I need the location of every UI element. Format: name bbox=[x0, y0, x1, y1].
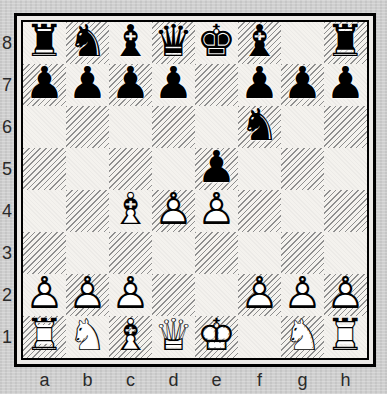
square-a4 bbox=[23, 190, 66, 232]
square-g4 bbox=[281, 190, 324, 232]
piece-white-bishop-outline: ♗ bbox=[109, 188, 152, 230]
piece-white-queen-outline: ♕ bbox=[152, 314, 195, 356]
square-a1: ♜♖ bbox=[23, 316, 66, 358]
piece-white-pawn-outline: ♙ bbox=[152, 188, 195, 230]
square-e2 bbox=[195, 274, 238, 316]
square-c7: ♟ bbox=[109, 64, 152, 106]
piece-white-pawn-outline: ♙ bbox=[238, 272, 281, 314]
file-label-a: a bbox=[23, 368, 66, 392]
piece-white-pawn bbox=[324, 272, 367, 314]
piece-white-knight bbox=[66, 314, 109, 356]
square-c5 bbox=[109, 148, 152, 190]
square-e4: ♟♙ bbox=[195, 190, 238, 232]
piece-white-pawn-fill: ♟ bbox=[152, 188, 195, 230]
piece-black-knight: ♞ bbox=[238, 104, 281, 146]
piece-white-pawn bbox=[281, 272, 324, 314]
piece-black-pawn: ♟ bbox=[324, 62, 367, 104]
square-h2: ♟♙ bbox=[324, 274, 367, 316]
square-b7: ♟ bbox=[66, 64, 109, 106]
piece-black-bishop: ♝ bbox=[109, 20, 152, 62]
piece-white-rook-outline: ♖ bbox=[23, 314, 66, 356]
piece-white-bishop bbox=[109, 314, 152, 356]
square-a8: ♜ bbox=[23, 22, 66, 64]
square-a3 bbox=[23, 232, 66, 274]
square-e3 bbox=[195, 232, 238, 274]
file-label-b: b bbox=[66, 368, 109, 392]
square-e6 bbox=[195, 106, 238, 148]
rank-label-1: 1 bbox=[0, 316, 14, 358]
square-h6 bbox=[324, 106, 367, 148]
piece-black-pawn: ♟ bbox=[152, 62, 195, 104]
rank-label-6: 6 bbox=[0, 106, 14, 148]
piece-black-bishop: ♝ bbox=[238, 20, 281, 62]
piece-white-bishop-fill: ♝ bbox=[109, 314, 152, 356]
piece-white-bishop-fill: ♝ bbox=[109, 188, 152, 230]
piece-black-pawn: ♟ bbox=[195, 146, 238, 188]
board-inner-border: ♜♞♝♛♚♝♜♟♟♟♟♟♟♟♞♟♝♗♟♙♟♙♟♙♟♙♟♙♟♙♟♙♟♙♜♖♞♘♝♗… bbox=[21, 20, 369, 360]
square-a5 bbox=[23, 148, 66, 190]
piece-white-pawn-fill: ♟ bbox=[324, 272, 367, 314]
rank-label-8: 8 bbox=[0, 22, 14, 64]
piece-white-pawn-outline: ♙ bbox=[109, 272, 152, 314]
square-b6 bbox=[66, 106, 109, 148]
square-b4 bbox=[66, 190, 109, 232]
chess-board: ♜♞♝♛♚♝♜♟♟♟♟♟♟♟♞♟♝♗♟♙♟♙♟♙♟♙♟♙♟♙♟♙♟♙♜♖♞♘♝♗… bbox=[23, 22, 367, 358]
rank-labels: 8 7 6 5 4 3 2 1 bbox=[0, 22, 14, 358]
piece-white-pawn-fill: ♟ bbox=[66, 272, 109, 314]
square-f1 bbox=[238, 316, 281, 358]
square-c4: ♝♗ bbox=[109, 190, 152, 232]
chess-diagram: 8 7 6 5 4 3 2 1 ♜♞♝♛♚♝♜♟♟♟♟♟♟♟♞♟♝♗♟♙♟♙♟♙… bbox=[0, 0, 387, 394]
square-d7: ♟ bbox=[152, 64, 195, 106]
square-g1: ♞♘ bbox=[281, 316, 324, 358]
square-d5 bbox=[152, 148, 195, 190]
piece-white-pawn-outline: ♙ bbox=[23, 272, 66, 314]
piece-white-pawn-outline: ♙ bbox=[66, 272, 109, 314]
piece-white-pawn bbox=[195, 188, 238, 230]
square-d8: ♛ bbox=[152, 22, 195, 64]
piece-black-pawn: ♟ bbox=[281, 62, 324, 104]
square-e5: ♟ bbox=[195, 148, 238, 190]
file-labels: a b c d e f g h bbox=[23, 368, 367, 392]
square-d6 bbox=[152, 106, 195, 148]
square-h5 bbox=[324, 148, 367, 190]
piece-black-queen: ♛ bbox=[152, 20, 195, 62]
piece-black-king: ♚ bbox=[195, 20, 238, 62]
piece-white-pawn-fill: ♟ bbox=[238, 272, 281, 314]
square-b2: ♟♙ bbox=[66, 274, 109, 316]
square-c3 bbox=[109, 232, 152, 274]
piece-black-knight: ♞ bbox=[66, 20, 109, 62]
piece-white-knight-outline: ♘ bbox=[66, 314, 109, 356]
rank-label-5: 5 bbox=[0, 148, 14, 190]
piece-white-pawn bbox=[23, 272, 66, 314]
square-h3 bbox=[324, 232, 367, 274]
piece-white-king bbox=[195, 314, 238, 356]
square-d1: ♛♕ bbox=[152, 316, 195, 358]
square-b5 bbox=[66, 148, 109, 190]
square-g6 bbox=[281, 106, 324, 148]
piece-white-rook bbox=[23, 314, 66, 356]
file-label-c: c bbox=[109, 368, 152, 392]
square-g8 bbox=[281, 22, 324, 64]
piece-white-pawn-outline: ♙ bbox=[324, 272, 367, 314]
square-b8: ♞ bbox=[66, 22, 109, 64]
board-frame: ♜♞♝♛♚♝♜♟♟♟♟♟♟♟♞♟♝♗♟♙♟♙♟♙♟♙♟♙♟♙♟♙♟♙♜♖♞♘♝♗… bbox=[14, 13, 376, 367]
square-b1: ♞♘ bbox=[66, 316, 109, 358]
piece-black-pawn: ♟ bbox=[238, 62, 281, 104]
square-e8: ♚ bbox=[195, 22, 238, 64]
piece-black-pawn: ♟ bbox=[66, 62, 109, 104]
piece-white-pawn-fill: ♟ bbox=[195, 188, 238, 230]
square-a2: ♟♙ bbox=[23, 274, 66, 316]
square-f6: ♞ bbox=[238, 106, 281, 148]
rank-label-2: 2 bbox=[0, 274, 14, 316]
piece-white-rook-fill: ♜ bbox=[324, 314, 367, 356]
square-g5 bbox=[281, 148, 324, 190]
piece-black-rook: ♜ bbox=[324, 20, 367, 62]
square-f7: ♟ bbox=[238, 64, 281, 106]
piece-white-pawn-fill: ♟ bbox=[109, 272, 152, 314]
file-label-h: h bbox=[324, 368, 367, 392]
square-a6 bbox=[23, 106, 66, 148]
piece-white-pawn-fill: ♟ bbox=[281, 272, 324, 314]
rank-label-4: 4 bbox=[0, 190, 14, 232]
square-f2: ♟♙ bbox=[238, 274, 281, 316]
piece-white-knight-fill: ♞ bbox=[66, 314, 109, 356]
piece-white-queen bbox=[152, 314, 195, 356]
piece-white-bishop bbox=[109, 188, 152, 230]
piece-white-king-fill: ♚ bbox=[195, 314, 238, 356]
square-f5 bbox=[238, 148, 281, 190]
square-g2: ♟♙ bbox=[281, 274, 324, 316]
square-c6 bbox=[109, 106, 152, 148]
file-label-f: f bbox=[238, 368, 281, 392]
piece-white-bishop-outline: ♗ bbox=[109, 314, 152, 356]
square-a7: ♟ bbox=[23, 64, 66, 106]
piece-white-queen-fill: ♛ bbox=[152, 314, 195, 356]
square-h1: ♜♖ bbox=[324, 316, 367, 358]
square-c1: ♝♗ bbox=[109, 316, 152, 358]
piece-white-pawn bbox=[238, 272, 281, 314]
square-d3 bbox=[152, 232, 195, 274]
piece-black-rook: ♜ bbox=[23, 20, 66, 62]
square-f4 bbox=[238, 190, 281, 232]
square-h8: ♜ bbox=[324, 22, 367, 64]
piece-white-knight-fill: ♞ bbox=[281, 314, 324, 356]
rank-label-3: 3 bbox=[0, 232, 14, 274]
piece-white-pawn bbox=[109, 272, 152, 314]
square-d4: ♟♙ bbox=[152, 190, 195, 232]
rank-label-7: 7 bbox=[0, 64, 14, 106]
piece-black-pawn: ♟ bbox=[23, 62, 66, 104]
square-f8: ♝ bbox=[238, 22, 281, 64]
square-c2: ♟♙ bbox=[109, 274, 152, 316]
piece-white-rook-fill: ♜ bbox=[23, 314, 66, 356]
square-g3 bbox=[281, 232, 324, 274]
piece-white-knight-outline: ♘ bbox=[281, 314, 324, 356]
square-h4 bbox=[324, 190, 367, 232]
piece-white-rook-outline: ♖ bbox=[324, 314, 367, 356]
piece-white-knight bbox=[281, 314, 324, 356]
piece-white-pawn-outline: ♙ bbox=[195, 188, 238, 230]
square-h7: ♟ bbox=[324, 64, 367, 106]
piece-black-pawn: ♟ bbox=[109, 62, 152, 104]
square-e1: ♚♔ bbox=[195, 316, 238, 358]
file-label-g: g bbox=[281, 368, 324, 392]
piece-white-pawn-fill: ♟ bbox=[23, 272, 66, 314]
file-label-e: e bbox=[195, 368, 238, 392]
piece-white-pawn bbox=[66, 272, 109, 314]
file-label-d: d bbox=[152, 368, 195, 392]
piece-white-pawn-outline: ♙ bbox=[281, 272, 324, 314]
square-c8: ♝ bbox=[109, 22, 152, 64]
piece-white-pawn bbox=[152, 188, 195, 230]
square-f3 bbox=[238, 232, 281, 274]
square-g7: ♟ bbox=[281, 64, 324, 106]
square-b3 bbox=[66, 232, 109, 274]
square-e7 bbox=[195, 64, 238, 106]
piece-white-rook bbox=[324, 314, 367, 356]
piece-white-king-outline: ♔ bbox=[195, 314, 238, 356]
square-d2 bbox=[152, 274, 195, 316]
